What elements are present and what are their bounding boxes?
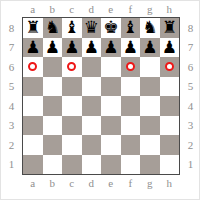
square-b1[interactable] [43,155,63,175]
rank-label-4: 4 [184,96,197,116]
piece-black-pawn[interactable]: ♟ [162,39,177,56]
piece-black-king[interactable]: ♚ [103,19,118,36]
piece-black-knight[interactable]: ♞ [45,19,60,36]
move-marker[interactable] [165,62,174,71]
file-labels-top: abcdefgh [23,3,179,16]
file-label-a: a [23,3,43,16]
square-g2[interactable] [140,135,160,155]
square-f2[interactable] [121,135,141,155]
square-f6[interactable] [121,57,141,77]
square-g3[interactable] [140,116,160,136]
rank-label-7: 7 [184,38,197,58]
piece-black-rook[interactable]: ♜ [25,19,40,36]
rank-label-1: 1 [5,155,18,175]
square-h6[interactable] [160,57,180,77]
square-h8[interactable]: ♜ [160,18,180,38]
square-h1[interactable] [160,155,180,175]
square-b3[interactable] [43,116,63,136]
file-label-a: a [23,177,43,190]
square-d7[interactable]: ♟ [82,38,102,58]
square-f1[interactable] [121,155,141,175]
move-marker[interactable] [28,62,37,71]
rank-label-6: 6 [184,57,197,77]
file-label-f: f [121,3,141,16]
square-b4[interactable] [43,96,63,116]
file-label-b: b [43,177,63,190]
square-h4[interactable] [160,96,180,116]
square-e2[interactable] [101,135,121,155]
square-e5[interactable] [101,77,121,97]
square-d1[interactable] [82,155,102,175]
square-c2[interactable] [62,135,82,155]
piece-black-pawn[interactable]: ♟ [84,39,99,56]
square-g6[interactable] [140,57,160,77]
square-c3[interactable] [62,116,82,136]
square-h5[interactable] [160,77,180,97]
rank-label-2: 2 [184,135,197,155]
square-e7[interactable]: ♟ [101,38,121,58]
square-c5[interactable] [62,77,82,97]
square-a3[interactable] [23,116,43,136]
square-a2[interactable] [23,135,43,155]
rank-label-7: 7 [5,38,18,58]
file-label-b: b [43,3,63,16]
square-b8[interactable]: ♞ [43,18,63,38]
file-label-d: d [82,3,102,16]
square-e6[interactable] [101,57,121,77]
square-d3[interactable] [82,116,102,136]
piece-black-rook[interactable]: ♜ [162,19,177,36]
chess-diagram: abcdefgh 87654321 87654321 ♜♞♝♛♚♝♞♜♟♟♟♟♟… [0,0,200,200]
square-c4[interactable] [62,96,82,116]
square-e8[interactable]: ♚ [101,18,121,38]
piece-black-pawn[interactable]: ♟ [142,39,157,56]
square-b6[interactable] [43,57,63,77]
square-d2[interactable] [82,135,102,155]
square-f3[interactable] [121,116,141,136]
file-label-c: c [62,3,82,16]
rank-label-3: 3 [5,116,18,136]
piece-black-pawn[interactable]: ♟ [45,39,60,56]
file-label-g: g [140,177,160,190]
rank-label-5: 5 [184,77,197,97]
piece-black-pawn[interactable]: ♟ [123,39,138,56]
square-a4[interactable] [23,96,43,116]
square-g7[interactable]: ♟ [140,38,160,58]
square-g4[interactable] [140,96,160,116]
rank-label-2: 2 [5,135,18,155]
square-a8[interactable]: ♜ [23,18,43,38]
file-label-g: g [140,3,160,16]
piece-black-knight[interactable]: ♞ [142,19,157,36]
square-h2[interactable] [160,135,180,155]
square-f7[interactable]: ♟ [121,38,141,58]
rank-labels-left: 87654321 [5,18,18,174]
square-d6[interactable] [82,57,102,77]
square-c6[interactable] [62,57,82,77]
square-c8[interactable]: ♝ [62,18,82,38]
square-g5[interactable] [140,77,160,97]
file-label-d: d [82,177,102,190]
file-labels-bottom: abcdefgh [23,177,179,190]
file-label-h: h [160,177,180,190]
rank-label-3: 3 [184,116,197,136]
square-a7[interactable]: ♟ [23,38,43,58]
file-label-e: e [101,3,121,16]
rank-label-5: 5 [5,77,18,97]
square-a5[interactable] [23,77,43,97]
piece-black-pawn[interactable]: ♟ [25,39,40,56]
square-g8[interactable]: ♞ [140,18,160,38]
rank-label-8: 8 [5,18,18,38]
file-label-f: f [121,177,141,190]
square-f5[interactable] [121,77,141,97]
move-marker[interactable] [126,62,135,71]
square-c7[interactable]: ♟ [62,38,82,58]
rank-label-8: 8 [184,18,197,38]
rank-label-6: 6 [5,57,18,77]
rank-label-4: 4 [5,96,18,116]
square-c1[interactable] [62,155,82,175]
move-marker[interactable] [67,62,76,71]
square-f8[interactable]: ♝ [121,18,141,38]
piece-black-bishop[interactable]: ♝ [64,19,79,36]
square-b7[interactable]: ♟ [43,38,63,58]
piece-black-pawn[interactable]: ♟ [103,39,118,56]
square-a6[interactable] [23,57,43,77]
file-label-e: e [101,177,121,190]
square-h3[interactable] [160,116,180,136]
square-b2[interactable] [43,135,63,155]
rank-labels-right: 87654321 [184,18,197,174]
file-label-c: c [62,177,82,190]
square-f4[interactable] [121,96,141,116]
square-d5[interactable] [82,77,102,97]
square-g1[interactable] [140,155,160,175]
piece-black-pawn[interactable]: ♟ [64,39,79,56]
piece-black-bishop[interactable]: ♝ [123,19,138,36]
square-e1[interactable] [101,155,121,175]
chess-board: ♜♞♝♛♚♝♞♜♟♟♟♟♟♟♟♟ [22,17,180,175]
square-e4[interactable] [101,96,121,116]
rank-label-1: 1 [184,155,197,175]
square-e3[interactable] [101,116,121,136]
file-label-h: h [160,3,180,16]
square-a1[interactable] [23,155,43,175]
square-b5[interactable] [43,77,63,97]
square-d8[interactable]: ♛ [82,18,102,38]
piece-black-queen[interactable]: ♛ [84,19,99,36]
square-d4[interactable] [82,96,102,116]
square-h7[interactable]: ♟ [160,38,180,58]
